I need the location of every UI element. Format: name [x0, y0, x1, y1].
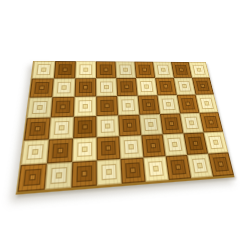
product-photo-scene — [0, 0, 250, 250]
board-square-dark — [138, 95, 160, 114]
board-square-dark — [51, 97, 75, 118]
board-square-dark — [199, 112, 223, 132]
board-square-dark — [54, 61, 76, 78]
board-square-dark — [118, 115, 141, 137]
board-square-dark — [141, 134, 165, 157]
board-square-light — [21, 139, 49, 165]
board-square-dark — [96, 61, 116, 78]
board-square-dark — [134, 62, 155, 78]
board-square-light — [52, 78, 75, 97]
board-square-dark — [29, 78, 53, 97]
board-square-light — [204, 132, 229, 154]
board-square-dark — [120, 158, 145, 184]
board-square-light — [117, 96, 139, 116]
board-square-dark — [17, 163, 47, 191]
board-square-dark — [97, 136, 121, 160]
board-square-dark — [208, 152, 234, 176]
board-square-light — [45, 162, 72, 190]
chessboard — [16, 61, 235, 195]
board-square-light — [49, 117, 74, 140]
board-square-dark — [96, 96, 118, 116]
board-square-dark — [24, 117, 51, 140]
board-square-light — [74, 96, 97, 116]
board-square-light — [136, 78, 157, 96]
board-square-light — [27, 97, 53, 118]
board-square-light — [72, 137, 96, 162]
board-square-light — [75, 61, 96, 78]
board-square-light — [32, 61, 55, 79]
board-square-light — [143, 156, 168, 182]
board-square-light — [97, 159, 122, 186]
board-square-light — [119, 135, 143, 159]
board-square-light — [139, 114, 162, 135]
board-square-light — [196, 94, 219, 113]
board-square-light — [189, 62, 210, 78]
board-square-dark — [192, 78, 214, 95]
board-square-dark — [116, 78, 137, 96]
board-square-dark — [47, 138, 73, 163]
board-square-light — [96, 78, 117, 96]
board-square-dark — [75, 78, 97, 97]
board-square-light — [96, 115, 119, 137]
board-square-light — [115, 61, 136, 78]
board-square-dark — [71, 160, 97, 187]
board-square-dark — [73, 116, 96, 138]
